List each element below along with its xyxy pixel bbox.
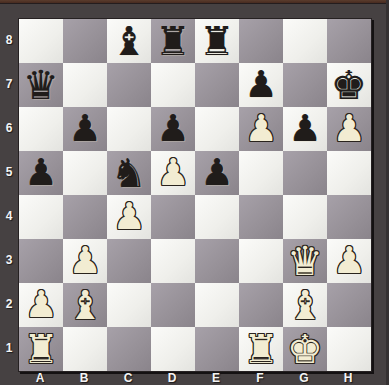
black-rook-piece[interactable]: ♜ (155, 19, 191, 63)
square-c2[interactable] (107, 283, 151, 327)
square-h7[interactable]: ♚ (327, 63, 371, 107)
black-queen-piece[interactable]: ♛ (23, 63, 59, 107)
square-g7[interactable] (283, 63, 327, 107)
square-f6[interactable]: ♟ (239, 107, 283, 151)
square-a8[interactable] (19, 19, 63, 63)
square-e8[interactable]: ♜ (195, 19, 239, 63)
square-e7[interactable] (195, 63, 239, 107)
square-b5[interactable] (63, 151, 107, 195)
square-g6[interactable]: ♟ (283, 107, 327, 151)
square-d4[interactable] (151, 195, 195, 239)
file-label-e: E (194, 372, 238, 385)
square-a5[interactable]: ♟ (19, 151, 63, 195)
square-h5[interactable] (327, 151, 371, 195)
white-pawn-piece[interactable]: ♟ (68, 239, 101, 283)
square-c1[interactable] (107, 327, 151, 371)
rank-label-7: 7 (0, 62, 18, 106)
square-c3[interactable] (107, 239, 151, 283)
square-e4[interactable] (195, 195, 239, 239)
file-label-b: B (62, 372, 106, 385)
rank-label-4: 4 (0, 194, 18, 238)
square-d7[interactable] (151, 63, 195, 107)
white-rook-piece[interactable]: ♜ (243, 327, 279, 371)
white-pawn-piece[interactable]: ♟ (24, 283, 57, 327)
black-rook-piece[interactable]: ♜ (199, 19, 235, 63)
square-e6[interactable] (195, 107, 239, 151)
rank-label-6: 6 (0, 106, 18, 150)
square-e3[interactable] (195, 239, 239, 283)
square-d5[interactable]: ♟ (151, 151, 195, 195)
square-e2[interactable] (195, 283, 239, 327)
square-c7[interactable] (107, 63, 151, 107)
square-f3[interactable] (239, 239, 283, 283)
white-rook-piece[interactable]: ♜ (23, 327, 59, 371)
white-pawn-piece[interactable]: ♟ (156, 151, 189, 195)
square-h8[interactable] (327, 19, 371, 63)
square-b4[interactable] (63, 195, 107, 239)
square-g8[interactable] (283, 19, 327, 63)
square-b1[interactable] (63, 327, 107, 371)
square-f8[interactable] (239, 19, 283, 63)
square-d6[interactable]: ♟ (151, 107, 195, 151)
square-b7[interactable] (63, 63, 107, 107)
square-g3[interactable]: ♛ (283, 239, 327, 283)
square-f1[interactable]: ♜ (239, 327, 283, 371)
square-b3[interactable]: ♟ (63, 239, 107, 283)
square-d2[interactable] (151, 283, 195, 327)
square-f4[interactable] (239, 195, 283, 239)
white-bishop-piece[interactable]: ♝ (67, 283, 103, 327)
white-king-piece[interactable]: ♚ (287, 327, 323, 371)
file-label-d: D (150, 372, 194, 385)
square-a1[interactable]: ♜ (19, 327, 63, 371)
chess-board[interactable]: ♝♜♜♛♟♚♟♟♟♟♟♟♞♟♟♟♟♛♟♟♝♝♜♜♚ (18, 18, 372, 372)
square-b8[interactable] (63, 19, 107, 63)
square-f5[interactable] (239, 151, 283, 195)
square-f2[interactable] (239, 283, 283, 327)
black-bishop-piece[interactable]: ♝ (111, 19, 147, 63)
rank-label-3: 3 (0, 238, 18, 282)
black-king-piece[interactable]: ♚ (331, 63, 367, 107)
square-g5[interactable] (283, 151, 327, 195)
rank-label-8: 8 (0, 18, 18, 62)
square-a3[interactable] (19, 239, 63, 283)
square-g2[interactable]: ♝ (283, 283, 327, 327)
square-b2[interactable]: ♝ (63, 283, 107, 327)
square-a4[interactable] (19, 195, 63, 239)
square-a6[interactable] (19, 107, 63, 151)
black-pawn-piece[interactable]: ♟ (288, 107, 321, 151)
square-b6[interactable]: ♟ (63, 107, 107, 151)
square-e1[interactable] (195, 327, 239, 371)
white-queen-piece[interactable]: ♛ (287, 239, 323, 283)
rank-label-2: 2 (0, 282, 18, 326)
square-g4[interactable] (283, 195, 327, 239)
rank-label-1: 1 (0, 326, 18, 370)
white-bishop-piece[interactable]: ♝ (287, 283, 323, 327)
square-h4[interactable] (327, 195, 371, 239)
black-knight-piece[interactable]: ♞ (111, 151, 147, 195)
square-f7[interactable]: ♟ (239, 63, 283, 107)
square-h2[interactable] (327, 283, 371, 327)
window-top-strip (0, 0, 389, 4)
chess-app-window: ♝♜♜♛♟♚♟♟♟♟♟♟♞♟♟♟♟♛♟♟♝♝♜♜♚ 87654321 ABCDE… (0, 0, 389, 385)
rank-label-5: 5 (0, 150, 18, 194)
square-d3[interactable] (151, 239, 195, 283)
square-e5[interactable]: ♟ (195, 151, 239, 195)
file-label-f: F (238, 372, 282, 385)
square-h6[interactable]: ♟ (327, 107, 371, 151)
square-a2[interactable]: ♟ (19, 283, 63, 327)
square-d1[interactable] (151, 327, 195, 371)
file-label-h: H (326, 372, 370, 385)
file-label-c: C (106, 372, 150, 385)
square-c8[interactable]: ♝ (107, 19, 151, 63)
square-h3[interactable]: ♟ (327, 239, 371, 283)
black-pawn-piece[interactable]: ♟ (244, 63, 277, 107)
square-c5[interactable]: ♞ (107, 151, 151, 195)
file-label-g: G (282, 372, 326, 385)
black-pawn-piece[interactable]: ♟ (68, 107, 101, 151)
square-a7[interactable]: ♛ (19, 63, 63, 107)
black-pawn-piece[interactable]: ♟ (200, 151, 233, 195)
file-labels: ABCDEFGH (18, 372, 370, 385)
black-pawn-piece[interactable]: ♟ (24, 151, 57, 195)
file-label-a: A (18, 372, 62, 385)
square-d8[interactable]: ♜ (151, 19, 195, 63)
square-c6[interactable] (107, 107, 151, 151)
black-pawn-piece[interactable]: ♟ (156, 107, 189, 151)
white-pawn-piece[interactable]: ♟ (332, 239, 365, 283)
white-pawn-piece[interactable]: ♟ (112, 195, 145, 239)
white-pawn-piece[interactable]: ♟ (244, 107, 277, 151)
square-h1[interactable] (327, 327, 371, 371)
rank-labels: 87654321 (0, 18, 18, 370)
white-pawn-piece[interactable]: ♟ (332, 107, 365, 151)
square-g1[interactable]: ♚ (283, 327, 327, 371)
square-c4[interactable]: ♟ (107, 195, 151, 239)
